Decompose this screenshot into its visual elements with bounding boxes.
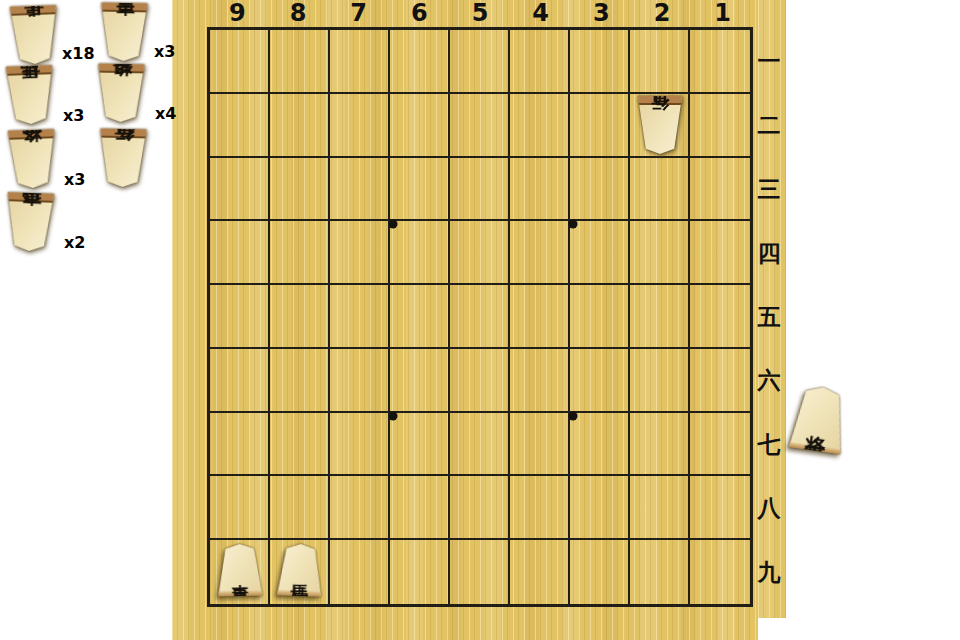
gote-lance-piece[interactable]: 香車 — [99, 3, 148, 62]
file-label: 8 — [268, 0, 329, 27]
board-cell[interactable] — [510, 413, 570, 477]
board-cell[interactable] — [210, 30, 270, 94]
silver-piece-body: 銀将 — [96, 64, 145, 123]
gote-knight-piece[interactable]: 桂馬 — [5, 65, 55, 125]
board-cell[interactable] — [510, 476, 570, 540]
board-cell[interactable] — [510, 158, 570, 222]
rank-label: 四 — [752, 221, 786, 285]
board-cell[interactable] — [270, 476, 330, 540]
board-cell[interactable] — [210, 285, 270, 349]
star-point — [569, 411, 578, 420]
board-cell[interactable] — [390, 158, 450, 222]
board-cell[interactable] — [690, 285, 750, 349]
board-cell[interactable] — [390, 540, 450, 604]
file-label: 5 — [450, 0, 511, 27]
board-cell[interactable] — [330, 94, 390, 158]
board-cell[interactable] — [690, 94, 750, 158]
knight-count-label: x3 — [63, 106, 84, 125]
gote-gold-piece[interactable]: 金将 — [7, 129, 57, 189]
board-cell[interactable] — [690, 158, 750, 222]
board-cell[interactable] — [390, 285, 450, 349]
board-cell[interactable] — [630, 540, 690, 604]
board-cell[interactable] — [630, 285, 690, 349]
gote-rook-piece[interactable]: 飛車 — [5, 192, 55, 252]
board-cell[interactable] — [450, 349, 510, 413]
rank-label: 六 — [752, 349, 786, 413]
board-cell[interactable] — [330, 30, 390, 94]
board-cell[interactable] — [450, 540, 510, 604]
board-cell[interactable] — [330, 349, 390, 413]
knight-kanji: 桂馬 — [276, 543, 324, 597]
lance-kanji: 香車 — [99, 3, 148, 62]
board-cell[interactable] — [210, 94, 270, 158]
rank-label: 二 — [752, 94, 786, 158]
board-cell[interactable] — [510, 349, 570, 413]
knight-kanji: 桂馬 — [5, 65, 55, 125]
board-cell[interactable] — [510, 221, 570, 285]
file-label: 3 — [571, 0, 632, 27]
rank-labels: 一二三四五六七八九 — [752, 30, 786, 604]
knight-piece-body: 桂馬 — [276, 543, 324, 597]
silver-count-label: x4 — [155, 104, 176, 123]
pawn-kanji: 歩兵 — [9, 5, 59, 65]
board-cell[interactable] — [690, 349, 750, 413]
board-cell[interactable] — [510, 285, 570, 349]
board-cell[interactable] — [270, 94, 330, 158]
gold-piece-body: 金将 — [7, 129, 57, 189]
board-cell[interactable] — [330, 540, 390, 604]
board-cell[interactable] — [570, 349, 630, 413]
bishop-piece-body: 角行 — [98, 129, 147, 188]
file-labels: 987654321 — [207, 0, 753, 27]
board-cell[interactable] — [450, 221, 510, 285]
board-cell[interactable] — [690, 476, 750, 540]
board-cell[interactable] — [510, 30, 570, 94]
board-cell[interactable] — [450, 476, 510, 540]
board-cell[interactable] — [690, 413, 750, 477]
board-cell[interactable] — [270, 30, 330, 94]
gote-bishop-piece[interactable]: 角行 — [637, 96, 683, 154]
board-cell[interactable] — [450, 158, 510, 222]
gold-kanji: 金将 — [7, 129, 57, 189]
file-label: 6 — [389, 0, 450, 27]
board-cell[interactable] — [390, 413, 450, 477]
file-label: 2 — [632, 0, 693, 27]
board-cell[interactable] — [570, 221, 630, 285]
board-cell[interactable] — [270, 221, 330, 285]
board-cell[interactable] — [570, 158, 630, 222]
gote-bishop-piece[interactable]: 角行 — [98, 129, 147, 188]
file-label: 7 — [328, 0, 389, 27]
gote-silver-piece[interactable]: 銀将 — [96, 64, 145, 123]
board-cell[interactable] — [510, 540, 570, 604]
board-cell[interactable] — [330, 158, 390, 222]
file-label: 1 — [692, 0, 753, 27]
sente-knight-piece[interactable]: 桂馬 — [276, 543, 324, 597]
board-cell[interactable] — [690, 540, 750, 604]
board-cell[interactable] — [210, 476, 270, 540]
rank-label: 七 — [752, 413, 786, 477]
board-cell[interactable] — [630, 413, 690, 477]
board-cell[interactable] — [210, 413, 270, 477]
board-cell[interactable] — [390, 30, 450, 94]
bishop-kanji: 角行 — [98, 129, 147, 188]
board-cell[interactable] — [390, 221, 450, 285]
board-cell[interactable] — [690, 221, 750, 285]
board-cell[interactable] — [210, 221, 270, 285]
rook-kanji: 飛車 — [5, 192, 55, 252]
gold-piece-body: 金将 — [788, 384, 850, 455]
gold-count-label: x3 — [64, 170, 85, 189]
rank-label: 一 — [752, 30, 786, 94]
board-cell[interactable] — [450, 285, 510, 349]
sente-gold-piece[interactable]: 金将 — [788, 384, 850, 455]
rank-label: 九 — [752, 540, 786, 604]
silver-kanji: 銀将 — [96, 64, 145, 123]
board-cell[interactable] — [330, 285, 390, 349]
lance-piece-body: 香車 — [99, 3, 148, 62]
rank-label: 五 — [752, 285, 786, 349]
star-point — [389, 411, 398, 420]
gote-pawn-piece[interactable]: 歩兵 — [9, 5, 59, 65]
board-cell[interactable] — [270, 285, 330, 349]
board-cell[interactable] — [570, 30, 630, 94]
board-cell[interactable] — [510, 94, 570, 158]
board-cell[interactable] — [570, 476, 630, 540]
gold-kanji: 金将 — [788, 384, 850, 455]
board-cell[interactable] — [330, 476, 390, 540]
board-cell[interactable] — [210, 349, 270, 413]
board-cell[interactable] — [570, 285, 630, 349]
board-cell[interactable] — [630, 476, 690, 540]
bishop-kanji: 角行 — [637, 96, 683, 154]
file-label: 9 — [207, 0, 268, 27]
shogi-diagram: 987654321 一二三四五六七八九 歩兵x18香車x3桂馬x3銀将x4金将x… — [0, 0, 960, 640]
board-cell[interactable] — [270, 349, 330, 413]
file-label: 4 — [510, 0, 571, 27]
star-point — [569, 220, 578, 229]
board-cell[interactable] — [450, 30, 510, 94]
board-cell[interactable] — [690, 30, 750, 94]
board-cell[interactable] — [450, 413, 510, 477]
board-cell[interactable] — [630, 158, 690, 222]
board-cell[interactable] — [390, 476, 450, 540]
pawn-count-label: x18 — [62, 44, 95, 63]
star-point — [389, 220, 398, 229]
board-cell[interactable] — [390, 349, 450, 413]
board-cell[interactable] — [630, 349, 690, 413]
knight-piece-body: 桂馬 — [5, 65, 55, 125]
board-cell[interactable] — [210, 158, 270, 222]
bishop-piece-body: 角行 — [637, 96, 683, 154]
board-cell[interactable] — [330, 221, 390, 285]
board-cell[interactable] — [390, 94, 450, 158]
board-cell[interactable] — [570, 540, 630, 604]
board-cell[interactable] — [570, 413, 630, 477]
board-cell[interactable] — [270, 413, 330, 477]
pawn-piece-body: 歩兵 — [9, 5, 59, 65]
rook-piece-body: 飛車 — [5, 192, 55, 252]
sente-lance-piece[interactable]: 香車 — [217, 544, 264, 597]
board-cell[interactable] — [450, 94, 510, 158]
rank-label: 八 — [752, 476, 786, 540]
lance-piece-body: 香車 — [217, 544, 264, 597]
rank-label: 三 — [752, 158, 786, 222]
board-cell[interactable] — [270, 158, 330, 222]
board-cell[interactable] — [630, 30, 690, 94]
board-cell[interactable] — [570, 94, 630, 158]
lance-count-label: x3 — [154, 42, 175, 61]
board-cell[interactable] — [630, 221, 690, 285]
board-cell[interactable] — [330, 413, 390, 477]
lance-kanji: 香車 — [217, 544, 264, 597]
rook-count-label: x2 — [64, 233, 85, 252]
